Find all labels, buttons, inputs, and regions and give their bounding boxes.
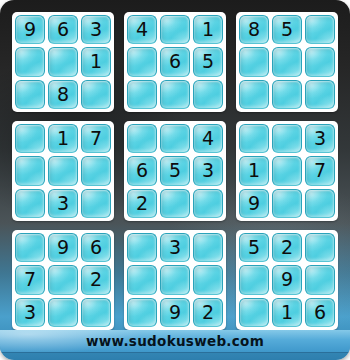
cell-r4c2[interactable]: 1 xyxy=(48,124,78,153)
cell-r7c8[interactable]: 2 xyxy=(272,233,302,262)
cell-r3c7[interactable] xyxy=(239,80,269,109)
cell-r2c8[interactable] xyxy=(272,47,302,76)
cell-r7c2[interactable]: 9 xyxy=(48,233,78,262)
sudoku-block-1-1: 46532 xyxy=(124,121,226,221)
cell-r6c9[interactable] xyxy=(305,189,335,218)
cell-r1c5[interactable] xyxy=(160,15,190,44)
cell-r9c5[interactable]: 9 xyxy=(160,298,190,327)
cell-r9c2[interactable] xyxy=(48,298,78,327)
sudoku-block-1-2: 3179 xyxy=(236,121,338,221)
cell-r6c6[interactable] xyxy=(193,189,223,218)
sudoku-block-0-2: 85 xyxy=(236,12,338,112)
cell-r4c4[interactable] xyxy=(127,124,157,153)
cell-r6c5[interactable] xyxy=(160,189,190,218)
cell-r1c7[interactable]: 8 xyxy=(239,15,269,44)
cell-r7c1[interactable] xyxy=(15,233,45,262)
cell-r1c1[interactable]: 9 xyxy=(15,15,45,44)
cell-r8c5[interactable] xyxy=(160,265,190,294)
cell-r9c9[interactable]: 6 xyxy=(305,298,335,327)
cell-r3c5[interactable] xyxy=(160,80,190,109)
cell-r6c4[interactable]: 2 xyxy=(127,189,157,218)
cell-r4c5[interactable] xyxy=(160,124,190,153)
cell-r2c5[interactable]: 6 xyxy=(160,47,190,76)
cell-r5c6[interactable]: 3 xyxy=(193,156,223,185)
cell-r7c3[interactable]: 6 xyxy=(81,233,111,262)
sudoku-board: 963184165851734653231799672339252916 xyxy=(12,12,338,330)
cell-r3c8[interactable] xyxy=(272,80,302,109)
cell-r6c8[interactable] xyxy=(272,189,302,218)
cell-r1c2[interactable]: 6 xyxy=(48,15,78,44)
cell-r4c9[interactable]: 3 xyxy=(305,124,335,153)
cell-r9c1[interactable]: 3 xyxy=(15,298,45,327)
cell-r2c2[interactable] xyxy=(48,47,78,76)
cell-r8c8[interactable]: 9 xyxy=(272,265,302,294)
cell-r4c7[interactable] xyxy=(239,124,269,153)
cell-r8c3[interactable]: 2 xyxy=(81,265,111,294)
cell-r5c1[interactable] xyxy=(15,156,45,185)
cell-r1c6[interactable]: 1 xyxy=(193,15,223,44)
sudoku-block-2-1: 392 xyxy=(124,230,226,330)
cell-r1c8[interactable]: 5 xyxy=(272,15,302,44)
cell-r5c3[interactable] xyxy=(81,156,111,185)
cell-r5c4[interactable]: 6 xyxy=(127,156,157,185)
cell-r4c3[interactable]: 7 xyxy=(81,124,111,153)
cell-r5c5[interactable]: 5 xyxy=(160,156,190,185)
cell-r3c6[interactable] xyxy=(193,80,223,109)
cell-r8c7[interactable] xyxy=(239,265,269,294)
cell-r4c1[interactable] xyxy=(15,124,45,153)
cell-r9c8[interactable]: 1 xyxy=(272,298,302,327)
cell-r5c8[interactable] xyxy=(272,156,302,185)
cell-r1c3[interactable]: 3 xyxy=(81,15,111,44)
cell-r6c1[interactable] xyxy=(15,189,45,218)
cell-r8c6[interactable] xyxy=(193,265,223,294)
cell-r6c2[interactable]: 3 xyxy=(48,189,78,218)
cell-r6c7[interactable]: 9 xyxy=(239,189,269,218)
cell-r2c1[interactable] xyxy=(15,47,45,76)
cell-r3c1[interactable] xyxy=(15,80,45,109)
cell-r2c7[interactable] xyxy=(239,47,269,76)
sudoku-block-1-0: 173 xyxy=(12,121,114,221)
board-frame: 963184165851734653231799672339252916 www… xyxy=(0,0,350,360)
sudoku-app: 963184165851734653231799672339252916 www… xyxy=(0,0,350,360)
cell-r4c8[interactable] xyxy=(272,124,302,153)
sudoku-block-2-2: 52916 xyxy=(236,230,338,330)
sudoku-block-0-0: 96318 xyxy=(12,12,114,112)
footer-band: www.sudokusweb.com xyxy=(0,330,350,353)
cell-r3c3[interactable] xyxy=(81,80,111,109)
cell-r5c7[interactable]: 1 xyxy=(239,156,269,185)
cell-r7c5[interactable]: 3 xyxy=(160,233,190,262)
cell-r3c2[interactable]: 8 xyxy=(48,80,78,109)
cell-r8c1[interactable]: 7 xyxy=(15,265,45,294)
cell-r2c9[interactable] xyxy=(305,47,335,76)
cell-r1c9[interactable] xyxy=(305,15,335,44)
sudoku-block-0-1: 4165 xyxy=(124,12,226,112)
cell-r2c4[interactable] xyxy=(127,47,157,76)
cell-r5c2[interactable] xyxy=(48,156,78,185)
cell-r9c3[interactable] xyxy=(81,298,111,327)
cell-r7c9[interactable] xyxy=(305,233,335,262)
cell-r9c7[interactable] xyxy=(239,298,269,327)
cell-r9c6[interactable]: 2 xyxy=(193,298,223,327)
cell-r3c9[interactable] xyxy=(305,80,335,109)
cell-r5c9[interactable]: 7 xyxy=(305,156,335,185)
cell-r7c4[interactable] xyxy=(127,233,157,262)
cell-r6c3[interactable] xyxy=(81,189,111,218)
cell-r3c4[interactable] xyxy=(127,80,157,109)
cell-r7c7[interactable]: 5 xyxy=(239,233,269,262)
cell-r2c6[interactable]: 5 xyxy=(193,47,223,76)
cell-r8c4[interactable] xyxy=(127,265,157,294)
cell-r9c4[interactable] xyxy=(127,298,157,327)
cell-r8c2[interactable] xyxy=(48,265,78,294)
cell-r1c4[interactable]: 4 xyxy=(127,15,157,44)
site-url[interactable]: www.sudokusweb.com xyxy=(86,333,264,349)
cell-r8c9[interactable] xyxy=(305,265,335,294)
cell-r4c6[interactable]: 4 xyxy=(193,124,223,153)
cell-r2c3[interactable]: 1 xyxy=(81,47,111,76)
sudoku-block-2-0: 96723 xyxy=(12,230,114,330)
cell-r7c6[interactable] xyxy=(193,233,223,262)
